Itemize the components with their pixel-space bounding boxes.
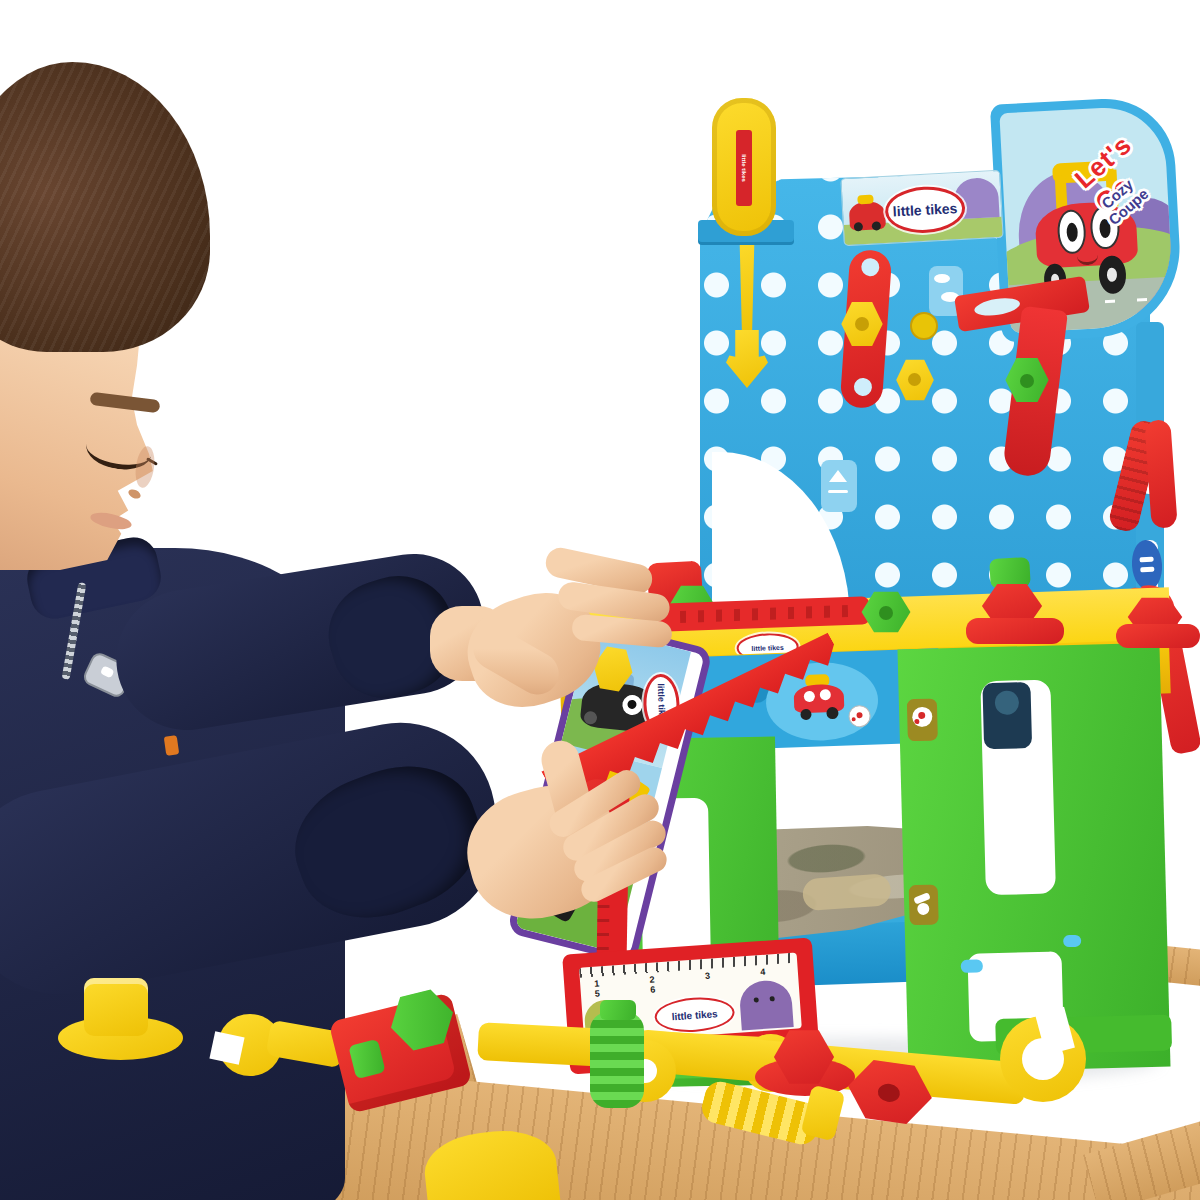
table-corner-right	[1083, 1119, 1200, 1200]
yellow-peg-coin	[910, 312, 938, 340]
screwdriver-label: little tikes	[736, 130, 752, 206]
green-screw-cap	[600, 1000, 636, 1020]
apron-soccer-ball	[848, 705, 871, 728]
brand-banner: little tikes	[840, 170, 1003, 246]
yellow-wrench-open-jaw	[1000, 1016, 1086, 1102]
shark-sticker	[821, 460, 857, 512]
green-screw	[590, 1012, 644, 1108]
brand-logo-text: little tikes	[892, 200, 957, 219]
leg-brace-insert	[982, 682, 1032, 749]
sweater-chest-logo	[164, 735, 180, 756]
soccer-ball-sticker	[907, 698, 938, 741]
red-bolt-flange	[1116, 624, 1200, 648]
cardboard-worn-label	[802, 873, 892, 911]
screwdriver-handle: little tikes	[712, 98, 776, 236]
boy-nostril	[127, 488, 142, 501]
yellow-flange-bolt-head	[84, 978, 148, 1036]
whistle-sticker	[909, 885, 939, 926]
brand-logo-text: little tikes	[671, 1008, 718, 1022]
bench-leg-right	[897, 643, 1170, 1074]
screwdriver-label-text: little tikes	[741, 154, 747, 182]
boy-hair	[0, 62, 210, 352]
blue-clip	[1063, 935, 1081, 947]
red-bolt-flange	[966, 618, 1064, 644]
photo-scene: Let's Go Cozy Coupe little tikes little …	[0, 0, 1200, 1200]
apron-mini-coupe	[793, 682, 844, 722]
banner-mini-car	[849, 201, 886, 231]
brand-logo-ruler: little tikes	[654, 995, 736, 1034]
brand-logo-text: little tikes	[751, 643, 784, 651]
blue-clip	[961, 959, 983, 973]
